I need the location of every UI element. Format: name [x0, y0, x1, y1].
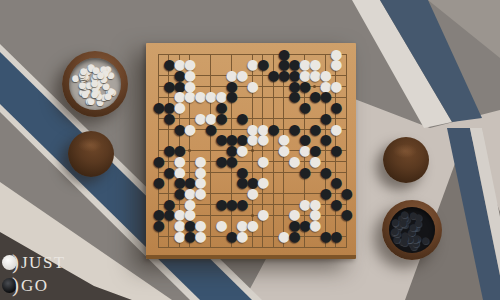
board-point[interactable]	[195, 242, 205, 253]
lid-sheen	[393, 144, 417, 158]
board-point[interactable]	[268, 242, 278, 253]
board-point[interactable]: ●	[195, 231, 205, 242]
board-point[interactable]	[341, 156, 351, 167]
board-point[interactable]	[184, 156, 194, 167]
board-point[interactable]: ●	[163, 81, 173, 92]
black-stone: ●	[288, 123, 298, 134]
board-point[interactable]	[268, 102, 278, 113]
board-point[interactable]	[153, 124, 163, 135]
board-point[interactable]: ●	[174, 124, 184, 135]
board-point[interactable]	[320, 242, 330, 253]
board-point[interactable]	[226, 49, 236, 60]
white-stone: ●	[195, 231, 205, 242]
board-point[interactable]	[215, 167, 225, 178]
board-point[interactable]	[268, 49, 278, 60]
board-point[interactable]: ●	[299, 199, 309, 210]
board-point[interactable]	[320, 199, 330, 210]
board-point[interactable]	[247, 242, 257, 253]
black-stone: ●	[226, 155, 236, 166]
board-point[interactable]	[236, 49, 246, 60]
board-point[interactable]	[341, 124, 351, 135]
board-point[interactable]	[299, 177, 309, 188]
board-point[interactable]: ●	[153, 102, 163, 113]
board-point[interactable]: ●	[320, 134, 330, 145]
board-point[interactable]	[153, 113, 163, 124]
board-point[interactable]	[268, 167, 278, 178]
black-stone: ●	[320, 231, 330, 242]
white-stone: ●	[184, 123, 194, 134]
white-stone: ●	[299, 145, 309, 156]
board-point[interactable]: ●	[309, 220, 319, 231]
board-point[interactable]	[257, 188, 267, 199]
board-point[interactable]	[236, 242, 246, 253]
board-point[interactable]: ●	[288, 91, 298, 102]
board-point[interactable]: ●	[226, 231, 236, 242]
bowl-stone: ●	[80, 67, 88, 76]
board-point[interactable]	[205, 177, 215, 188]
board-point[interactable]	[247, 199, 257, 210]
board-point[interactable]	[320, 49, 330, 60]
board-point[interactable]	[226, 102, 236, 113]
board-point[interactable]	[309, 242, 319, 253]
board-point[interactable]: ●	[257, 209, 267, 220]
bowl-stone: ●	[97, 71, 105, 80]
logo-line-2: ) GO	[2, 274, 66, 297]
crescent-icon: )	[12, 250, 19, 275]
board-point[interactable]: ●	[174, 188, 184, 199]
board-point[interactable]	[163, 242, 173, 253]
board-point[interactable]: ●	[320, 188, 330, 199]
black-stone: ●	[320, 134, 330, 145]
board-point[interactable]	[163, 231, 173, 242]
bowl-stone: ●	[391, 227, 399, 236]
black-stone: ●	[309, 123, 319, 134]
board-point[interactable]	[268, 177, 278, 188]
board-point[interactable]: ●	[299, 81, 309, 92]
black-stone: ●	[205, 123, 215, 134]
board-point[interactable]: ●	[205, 91, 215, 102]
board-point[interactable]	[215, 177, 225, 188]
board-point[interactable]	[247, 91, 257, 102]
board-point[interactable]	[341, 167, 351, 178]
logo-text-just: JUST	[21, 253, 66, 273]
board-point[interactable]: ●	[268, 70, 278, 81]
bowl-stone: ●	[422, 236, 430, 245]
board-point[interactable]: ●	[184, 231, 194, 242]
board-point[interactable]: ●	[163, 145, 173, 156]
board-point[interactable]	[341, 59, 351, 70]
black-stone: ●	[268, 70, 278, 81]
board-point[interactable]	[205, 156, 215, 167]
board-point[interactable]	[205, 220, 215, 231]
board-point[interactable]	[309, 167, 319, 178]
board-point[interactable]	[278, 167, 288, 178]
board-point[interactable]	[268, 156, 278, 167]
board-point[interactable]	[153, 188, 163, 199]
white-stone: ●	[247, 80, 257, 91]
board-point[interactable]: ●	[299, 145, 309, 156]
board-point[interactable]: ●	[236, 231, 246, 242]
go-board[interactable]: ●●●●●●●●●●●●●●●●●●●●●●●●●●●●●●●●●●●●●●●●…	[146, 43, 356, 259]
board-point[interactable]: ●	[247, 134, 257, 145]
board-point[interactable]	[341, 134, 351, 145]
board-point[interactable]	[278, 102, 288, 113]
board-point[interactable]: ●	[163, 59, 173, 70]
board-point[interactable]	[341, 113, 351, 124]
board-point[interactable]: ●	[153, 177, 163, 188]
board-point[interactable]: ●	[288, 124, 298, 135]
bowl-stone: ●	[409, 223, 417, 232]
black-stone: ●	[153, 102, 163, 113]
board-point[interactable]: ●	[226, 199, 236, 210]
board-point[interactable]	[195, 199, 205, 210]
board-point[interactable]	[205, 70, 215, 81]
board-point[interactable]: ●	[247, 188, 257, 199]
board-point[interactable]	[330, 242, 340, 253]
board-point[interactable]: ●	[236, 177, 246, 188]
board-point[interactable]	[247, 231, 257, 242]
board-point[interactable]	[309, 177, 319, 188]
white-stone: ●	[174, 231, 184, 242]
board-point[interactable]	[341, 220, 351, 231]
board-point[interactable]	[226, 242, 236, 253]
board-point[interactable]	[299, 231, 309, 242]
black-stone: ●	[330, 102, 340, 113]
board-point[interactable]: ●	[184, 91, 194, 102]
board-point[interactable]	[278, 199, 288, 210]
board-point[interactable]	[215, 49, 225, 60]
board-point[interactable]: ●	[236, 199, 246, 210]
board-point[interactable]	[288, 177, 298, 188]
board-point[interactable]	[205, 49, 215, 60]
board-point[interactable]	[226, 113, 236, 124]
board-point[interactable]	[268, 91, 278, 102]
bowl-stone: ●	[399, 219, 407, 228]
black-stone: ●	[163, 59, 173, 70]
board-point[interactable]	[184, 145, 194, 156]
board-point[interactable]: ●	[320, 167, 330, 178]
black-stone: ●	[299, 166, 309, 177]
board-point[interactable]	[215, 242, 225, 253]
board-point[interactable]	[288, 242, 298, 253]
board-point[interactable]: ●	[174, 102, 184, 113]
black-stone: ●	[288, 231, 298, 242]
board-point[interactable]	[268, 220, 278, 231]
black-stone: ●	[163, 209, 173, 220]
board-point[interactable]	[320, 145, 330, 156]
board-point[interactable]	[257, 70, 267, 81]
board-point[interactable]	[215, 70, 225, 81]
board-point[interactable]	[247, 145, 257, 156]
white-stone: ●	[330, 123, 340, 134]
board-point[interactable]	[236, 91, 246, 102]
board-point[interactable]	[278, 113, 288, 124]
board-point[interactable]	[320, 209, 330, 220]
board-point[interactable]	[195, 134, 205, 145]
board-point[interactable]: ●	[195, 113, 205, 124]
board-point[interactable]	[268, 188, 278, 199]
black-stone: ●	[341, 188, 351, 199]
white-stone: ●	[288, 155, 298, 166]
bowl-stone: ●	[81, 90, 89, 99]
board-point[interactable]	[309, 102, 319, 113]
board-point[interactable]	[257, 220, 267, 231]
board-point[interactable]	[278, 177, 288, 188]
board-point[interactable]	[153, 81, 163, 92]
black-stone: ●	[299, 102, 309, 113]
board-point[interactable]: ●	[236, 145, 246, 156]
white-stone: ●	[247, 220, 257, 231]
board-point[interactable]: ●	[195, 91, 205, 102]
board-point[interactable]: ●	[226, 156, 236, 167]
board-point[interactable]: ●	[288, 231, 298, 242]
board-point[interactable]	[163, 220, 173, 231]
board-point[interactable]: ●	[153, 156, 163, 167]
board-point[interactable]: ●	[330, 59, 340, 70]
board-point[interactable]: ●	[278, 231, 288, 242]
board-point[interactable]	[247, 156, 257, 167]
black-stone: ●	[330, 145, 340, 156]
board-point[interactable]	[341, 70, 351, 81]
board-point[interactable]	[278, 188, 288, 199]
board-point[interactable]	[163, 177, 173, 188]
black-stone: ●	[163, 166, 173, 177]
board-point[interactable]	[341, 81, 351, 92]
black-stone: ●	[257, 59, 267, 70]
board-point[interactable]	[278, 91, 288, 102]
board-point[interactable]	[341, 145, 351, 156]
white-stone: ●	[257, 134, 267, 145]
board-point[interactable]: ●	[257, 177, 267, 188]
black-stone: ●	[268, 123, 278, 134]
black-stone: ●	[320, 113, 330, 124]
white-stone: ●	[205, 91, 215, 102]
board-point[interactable]: ●	[341, 209, 351, 220]
board-point[interactable]	[205, 59, 215, 70]
board-point[interactable]	[184, 102, 194, 113]
board-point[interactable]	[288, 134, 298, 145]
board-point[interactable]: ●	[288, 156, 298, 167]
board-point[interactable]	[257, 242, 267, 253]
board-point[interactable]	[153, 70, 163, 81]
board-point[interactable]: ●	[184, 124, 194, 135]
board-point[interactable]: ●	[278, 145, 288, 156]
goban-intersections: ●●●●●●●●●●●●●●●●●●●●●●●●●●●●●●●●●●●●●●●●…	[153, 49, 351, 253]
board-point[interactable]	[257, 91, 267, 102]
board-point[interactable]: ●	[215, 134, 225, 145]
board-point[interactable]: ●	[299, 167, 309, 178]
board-point[interactable]	[268, 134, 278, 145]
black-stone: ●	[153, 155, 163, 166]
white-stone: ●	[309, 155, 319, 166]
black-stone: ●	[330, 198, 340, 209]
board-point[interactable]: ●	[215, 113, 225, 124]
board-point[interactable]	[205, 209, 215, 220]
crescent-icon: )	[12, 273, 19, 298]
board-point[interactable]	[153, 242, 163, 253]
white-stone: ●	[174, 102, 184, 113]
board-point[interactable]	[236, 81, 246, 92]
board-point[interactable]	[195, 70, 205, 81]
board-point[interactable]	[278, 209, 288, 220]
white-stone: ●	[195, 91, 205, 102]
board-point[interactable]	[257, 102, 267, 113]
board-point[interactable]: ●	[341, 188, 351, 199]
board-point[interactable]: ●	[247, 59, 257, 70]
board-point[interactable]: ●	[330, 124, 340, 135]
board-point[interactable]	[299, 113, 309, 124]
white-stone: ●	[247, 59, 257, 70]
board-point[interactable]: ●	[320, 231, 330, 242]
board-point[interactable]	[205, 145, 215, 156]
board-point[interactable]	[153, 49, 163, 60]
black-stone: ●	[330, 177, 340, 188]
board-point[interactable]: ●	[257, 134, 267, 145]
board-point[interactable]: ●	[320, 91, 330, 102]
board-point[interactable]: ●	[330, 81, 340, 92]
white-stone: ●	[309, 70, 319, 81]
board-point[interactable]	[268, 209, 278, 220]
black-stone: ●	[236, 113, 246, 124]
board-point[interactable]	[226, 177, 236, 188]
board-point[interactable]	[309, 231, 319, 242]
board-point[interactable]	[195, 59, 205, 70]
board-point[interactable]	[205, 231, 215, 242]
board-point[interactable]	[195, 124, 205, 135]
board-point[interactable]	[341, 231, 351, 242]
board-point[interactable]: ●	[268, 124, 278, 135]
board-point[interactable]: ●	[215, 156, 225, 167]
board-point[interactable]: ●	[236, 113, 246, 124]
board-point[interactable]	[268, 231, 278, 242]
board-point[interactable]: ●	[330, 177, 340, 188]
bowl-lid-left	[68, 131, 114, 177]
board-point[interactable]: ●	[299, 102, 309, 113]
black-stone: ●	[341, 209, 351, 220]
board-point[interactable]	[341, 91, 351, 102]
board-point[interactable]	[174, 242, 184, 253]
white-stone: ●	[257, 209, 267, 220]
board-point[interactable]	[278, 156, 288, 167]
board-point[interactable]: ●	[236, 70, 246, 81]
board-point[interactable]: ●	[174, 231, 184, 242]
board-point[interactable]: ●	[247, 220, 257, 231]
board-point[interactable]	[278, 242, 288, 253]
board-point[interactable]	[268, 145, 278, 156]
board-point[interactable]	[257, 81, 267, 92]
board-point[interactable]: ●	[215, 220, 225, 231]
board-point[interactable]: ●	[163, 167, 173, 178]
board-point[interactable]	[163, 124, 173, 135]
board-point[interactable]	[184, 242, 194, 253]
black-stone: ●	[320, 188, 330, 199]
board-point[interactable]	[226, 167, 236, 178]
board-point[interactable]	[215, 59, 225, 70]
board-point[interactable]: ●	[226, 91, 236, 102]
board-point[interactable]	[184, 134, 194, 145]
board-point[interactable]	[205, 167, 215, 178]
board-point[interactable]: ●	[215, 199, 225, 210]
board-point[interactable]	[257, 231, 267, 242]
board-point[interactable]: ●	[330, 199, 340, 210]
board-point[interactable]: ●	[320, 113, 330, 124]
board-point[interactable]	[268, 199, 278, 210]
black-stone: ●	[226, 198, 236, 209]
board-point[interactable]: ●	[330, 102, 340, 113]
board-point[interactable]: ●	[257, 59, 267, 70]
white-stone: ●	[236, 231, 246, 242]
black-stone: ●	[320, 91, 330, 102]
black-stone-bowl: ●●●●●●●●●●●●●●●●●●●●●●●●●●●●●●●●●●●●●●●●	[382, 200, 442, 260]
board-point[interactable]: ●	[153, 220, 163, 231]
board-point[interactable]	[341, 102, 351, 113]
board-point[interactable]: ●	[309, 91, 319, 102]
black-stone: ●	[163, 113, 173, 124]
board-point[interactable]	[330, 209, 340, 220]
board-point[interactable]	[205, 242, 215, 253]
board-point[interactable]: ●	[309, 156, 319, 167]
board-point[interactable]: ●	[195, 188, 205, 199]
board-point[interactable]	[268, 81, 278, 92]
board-point[interactable]: ●	[205, 124, 215, 135]
black-stone: ●	[215, 134, 225, 145]
board-point[interactable]	[205, 188, 215, 199]
white-stone: ●	[236, 145, 246, 156]
black-stone: ●	[153, 177, 163, 188]
board-point[interactable]	[205, 134, 215, 145]
black-stone: ●	[299, 220, 309, 231]
white-stone: ●	[184, 91, 194, 102]
board-point[interactable]: ●	[299, 220, 309, 231]
board-point[interactable]: ●	[278, 70, 288, 81]
board-point[interactable]	[288, 167, 298, 178]
board-point[interactable]: ●	[257, 156, 267, 167]
bowl-lid-right	[383, 137, 429, 183]
black-stones-pile: ●●●●●●●●●●●●●●●●●●●●●●●●●●●●●●●●●●●●●●●●	[389, 207, 436, 254]
board-point[interactable]	[153, 134, 163, 145]
board-point[interactable]	[215, 231, 225, 242]
black-stone: ●	[288, 91, 298, 102]
white-stone: ●	[215, 220, 225, 231]
board-point[interactable]	[288, 188, 298, 199]
lid-sheen	[78, 138, 102, 152]
board-point[interactable]	[341, 49, 351, 60]
board-point[interactable]: ●	[247, 81, 257, 92]
board-point[interactable]	[153, 59, 163, 70]
board-point[interactable]: ●	[309, 70, 319, 81]
board-point[interactable]	[341, 242, 351, 253]
black-stone: ●	[163, 145, 173, 156]
board-point[interactable]	[330, 156, 340, 167]
board-point[interactable]: ●	[330, 145, 340, 156]
board-point[interactable]	[226, 209, 236, 220]
board-point[interactable]: ●	[163, 113, 173, 124]
board-point[interactable]	[195, 49, 205, 60]
board-point[interactable]	[278, 81, 288, 92]
board-point[interactable]	[288, 102, 298, 113]
board-point[interactable]: ●	[330, 231, 340, 242]
black-stone: ●	[174, 123, 184, 134]
board-point[interactable]	[153, 231, 163, 242]
board-point[interactable]	[247, 102, 257, 113]
board-point[interactable]: ●	[309, 124, 319, 135]
bowl-stone: ●	[91, 90, 99, 99]
white-stone: ●	[257, 177, 267, 188]
black-stone: ●	[215, 155, 225, 166]
board-point[interactable]: ●	[163, 209, 173, 220]
board-point[interactable]	[299, 242, 309, 253]
board-point[interactable]	[205, 199, 215, 210]
